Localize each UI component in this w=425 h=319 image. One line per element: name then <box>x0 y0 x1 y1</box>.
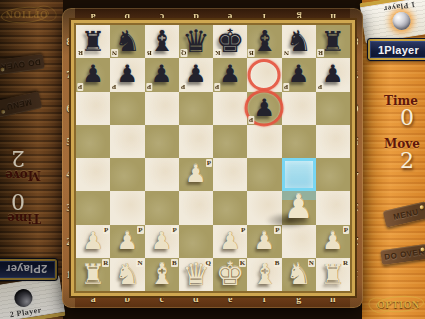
rank-label-right-2: 2 <box>350 225 362 258</box>
square-d3[interactable] <box>179 191 213 224</box>
last-move-ring-f7 <box>248 59 281 91</box>
file-label-bottom-h: h <box>316 293 350 307</box>
rank-label-right-8: 8 <box>350 25 362 58</box>
player1-button[interactable]: 1Player <box>367 38 425 61</box>
file-label-top-g: g <box>282 9 316 23</box>
square-b5[interactable] <box>110 125 144 158</box>
player2-tag-label: 2 Player <box>0 302 65 319</box>
square-f2[interactable]: ♟P <box>247 225 281 258</box>
square-f4[interactable] <box>247 158 281 191</box>
player2-option-logo: OPTION <box>0 4 53 26</box>
file-label-top-b: b <box>110 9 144 23</box>
piece-label-f2: P <box>274 226 280 234</box>
square-d2[interactable] <box>179 225 213 258</box>
rank-label-right-3: 3 <box>350 191 362 224</box>
player2-ball-button[interactable] <box>13 288 34 309</box>
square-a6[interactable] <box>76 92 110 125</box>
piece-label-a8: R <box>77 49 84 57</box>
piece-label-g7: P <box>283 83 289 91</box>
square-c8[interactable]: ♝B <box>145 25 179 58</box>
file-label-bottom-g: g <box>282 293 316 307</box>
square-b3[interactable] <box>110 191 144 224</box>
piece-label-g8: N <box>283 49 290 57</box>
square-b8[interactable]: ♞N <box>110 25 144 58</box>
square-h7[interactable]: ♟P <box>316 58 350 91</box>
player1-tag-label: 1 Player <box>360 0 425 17</box>
square-b1[interactable]: ♞N <box>110 258 144 291</box>
rank-label-left-3: 3 <box>63 191 75 224</box>
square-e6[interactable] <box>213 92 247 125</box>
rank-labels-right: 87654321 <box>350 25 362 291</box>
piece-label-f8: B <box>248 49 255 57</box>
file-label-top-h: h <box>316 9 350 23</box>
rank-label-right-7: 7 <box>350 58 362 91</box>
piece-label-e2: P <box>240 226 246 234</box>
player2-panel: 2 Player 2Player Time 0 Move 2 MENU DO O… <box>0 0 63 319</box>
file-label-top-f: f <box>247 9 281 23</box>
square-a3[interactable] <box>76 191 110 224</box>
square-g7[interactable]: ♟P <box>282 58 316 91</box>
floating-piece-wP[interactable]: ♟ <box>284 189 314 222</box>
rank-label-left-5: 5 <box>63 125 75 158</box>
option-logo: OPTION <box>372 293 425 315</box>
file-label-top-c: c <box>145 9 179 23</box>
square-a8[interactable]: ♜R <box>76 25 110 58</box>
square-e5[interactable] <box>213 125 247 158</box>
square-d7[interactable]: ♟P <box>179 58 213 91</box>
file-labels-top: abcdefgh <box>76 9 350 23</box>
piece-label-b8: N <box>111 49 118 57</box>
square-d5[interactable] <box>179 125 213 158</box>
square-c6[interactable] <box>145 92 179 125</box>
player2-button[interactable]: 2Player <box>0 258 58 281</box>
piece-label-f6: P <box>248 116 254 124</box>
piece-label-h1: R <box>342 259 349 267</box>
square-a4[interactable] <box>76 158 110 191</box>
rank-label-left-4: 4 <box>63 158 75 191</box>
player2-time-value: 0 <box>0 189 63 214</box>
square-f5[interactable] <box>247 125 281 158</box>
piece-label-b1: N <box>136 259 143 267</box>
square-f6[interactable]: ♟P <box>247 92 281 125</box>
piece-label-b7: P <box>111 83 117 91</box>
file-label-top-d: d <box>179 9 213 23</box>
file-labels-bottom: abcdefgh <box>76 293 350 307</box>
square-h6[interactable] <box>316 92 350 125</box>
square-h5[interactable] <box>316 125 350 158</box>
file-label-bottom-a: a <box>76 293 110 307</box>
piece-label-h7: P <box>317 83 323 91</box>
square-b6[interactable] <box>110 92 144 125</box>
square-b2[interactable]: ♟P <box>110 225 144 258</box>
square-f8[interactable]: ♝B <box>247 25 281 58</box>
square-c4[interactable] <box>145 158 179 191</box>
square-e8[interactable]: ♚K <box>213 25 247 58</box>
rank-label-right-6: 6 <box>350 92 362 125</box>
file-label-bottom-e: e <box>213 293 247 307</box>
app-root: 2 Player 2Player Time 0 Move 2 MENU DO O… <box>0 0 425 319</box>
rank-label-left-7: 7 <box>63 58 75 91</box>
square-a1[interactable]: ♜R <box>76 258 110 291</box>
square-g5[interactable] <box>282 125 316 158</box>
player1-ball-button[interactable] <box>391 11 412 32</box>
square-d4[interactable]: ♟P <box>179 158 213 191</box>
piece-label-a1: R <box>102 259 109 267</box>
square-a2[interactable]: ♟P <box>76 225 110 258</box>
square-a7[interactable]: ♟P <box>76 58 110 91</box>
square-e7[interactable]: ♟P <box>213 58 247 91</box>
piece-label-f1: B <box>274 259 281 267</box>
square-h8[interactable]: ♜R <box>316 25 350 58</box>
square-f7[interactable] <box>247 58 281 91</box>
square-d8[interactable]: ♛Q <box>179 25 213 58</box>
rank-label-left-1: 1 <box>63 258 75 291</box>
player1-time-value: 0 <box>362 105 425 130</box>
square-g6[interactable] <box>282 92 316 125</box>
square-h1[interactable]: ♜R <box>316 258 350 291</box>
piece-label-g1: N <box>308 259 315 267</box>
piece-label-d8: Q <box>180 49 187 57</box>
square-e4[interactable] <box>213 158 247 191</box>
square-b7[interactable]: ♟P <box>110 58 144 91</box>
rank-label-right-5: 5 <box>350 125 362 158</box>
rank-label-right-1: 1 <box>350 258 362 291</box>
square-g8[interactable]: ♞N <box>282 25 316 58</box>
square-e1[interactable]: ♚K <box>213 258 247 291</box>
player2-stats: Time 0 Move 2 <box>0 146 63 225</box>
square-c5[interactable] <box>145 125 179 158</box>
player1-stats: Time 0 Move 2 <box>362 94 425 173</box>
square-h4[interactable] <box>316 158 350 191</box>
player2-move-value: 2 <box>0 146 63 171</box>
player1-panel: 1 Player 1Player Time 0 Move 2 MENU DO O… <box>362 0 425 319</box>
file-label-top-a: a <box>76 9 110 23</box>
player2-menu-button[interactable]: MENU <box>0 91 42 117</box>
piece-label-h2: P <box>343 226 349 234</box>
chess-board[interactable]: ♜R♞N♝B♛Q♚K♝B♞N♜R♟P♟P♟P♟P♟P♟P♟P♟P♟P♟♟P♟P♟… <box>76 25 350 291</box>
square-e3[interactable] <box>213 191 247 224</box>
square-g1[interactable]: ♞N <box>282 258 316 291</box>
piece-label-a2: P <box>103 226 109 234</box>
piece-label-c8: B <box>146 49 153 57</box>
square-f1[interactable]: ♝B <box>247 258 281 291</box>
piece-label-c2: P <box>171 226 177 234</box>
piece-label-b2: P <box>137 226 143 234</box>
square-h2[interactable]: ♟P <box>316 225 350 258</box>
piece-label-d1: Q <box>205 259 212 267</box>
file-label-bottom-b: b <box>110 293 144 307</box>
player1-move-value: 2 <box>362 148 425 173</box>
rank-labels-left: 87654321 <box>63 25 75 291</box>
piece-label-d7: P <box>180 83 186 91</box>
piece-label-c1: B <box>171 259 178 267</box>
chess-board-frame: abcdefgh abcdefgh 87654321 87654321 ♜R♞N… <box>62 8 363 308</box>
rank-label-left-6: 6 <box>63 92 75 125</box>
player2-do-over-button[interactable]: DO OVER <box>0 54 45 75</box>
file-label-bottom-f: f <box>247 293 281 307</box>
square-g3[interactable]: ♟ <box>282 191 316 224</box>
square-c2[interactable]: ♟P <box>145 225 179 258</box>
player2-tag[interactable]: 2 Player <box>0 275 66 319</box>
player1-do-over-button[interactable]: DO OVER <box>380 244 425 265</box>
piece-label-e8: K <box>214 49 221 57</box>
square-b4[interactable] <box>110 158 144 191</box>
file-label-bottom-d: d <box>179 293 213 307</box>
piece-label-d4: P <box>206 159 212 167</box>
file-label-bottom-c: c <box>145 293 179 307</box>
square-d6[interactable] <box>179 92 213 125</box>
square-h3[interactable] <box>316 191 350 224</box>
file-label-top-e: e <box>213 9 247 23</box>
piece-label-e7: P <box>214 83 220 91</box>
rank-label-left-2: 2 <box>63 225 75 258</box>
piece-label-a7: P <box>77 83 83 91</box>
square-d1[interactable]: ♛Q <box>179 258 213 291</box>
piece-label-e1: K <box>239 259 246 267</box>
player1-menu-button[interactable]: MENU <box>383 201 425 227</box>
square-g2[interactable] <box>282 225 316 258</box>
piece-label-h8: R <box>317 49 324 57</box>
square-c7[interactable]: ♟P <box>145 58 179 91</box>
piece-label-c7: P <box>146 83 152 91</box>
rank-label-right-4: 4 <box>350 158 362 191</box>
square-c1[interactable]: ♝B <box>145 258 179 291</box>
square-e2[interactable]: ♟P <box>213 225 247 258</box>
square-a5[interactable] <box>76 125 110 158</box>
rank-label-left-8: 8 <box>63 25 75 58</box>
square-c3[interactable] <box>145 191 179 224</box>
